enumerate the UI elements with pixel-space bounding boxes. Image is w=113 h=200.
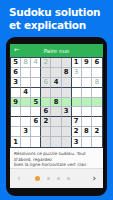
sudoku-cell-r7c2[interactable] [21,117,31,127]
sudoku-cell-r9c3[interactable] [31,137,41,147]
sudoku-cell-r4c8[interactable] [82,88,92,98]
app-screen: ← Paire nue 5842196683364849586362732821… [10,44,103,188]
sudoku-cell-r6c5[interactable] [51,107,61,117]
sudoku-cell-r3c7[interactable] [72,78,82,88]
promo-title-line2: et explication [9,19,109,32]
sudoku-cell-r3c5[interactable]: 4 [51,78,61,88]
given-digit: 6 [13,69,18,76]
sudoku-cell-r5c4[interactable] [41,98,51,108]
sudoku-cell-r6c6[interactable]: 3 [62,107,72,117]
explanation-line2: bien la ligne horizontale vert clair. [14,162,99,168]
given-digit: 9 [13,99,18,106]
sudoku-cell-r5c5[interactable]: 8 [51,98,61,108]
sudoku-cell-r2c7[interactable]: 3 [72,68,82,78]
sudoku-cell-r5c8[interactable] [82,98,92,108]
given-digit: 2 [44,118,49,125]
sudoku-board: 58421966833648495863627328213 [10,57,103,148]
given-digit: 2 [95,128,100,135]
sudoku-cell-r1c2[interactable]: 8 [21,58,31,68]
solved-digit: 4 [34,59,38,66]
given-digit: 1 [13,139,18,146]
sudoku-cell-r3c4[interactable]: 6 [41,78,51,88]
sudoku-cell-r6c9[interactable] [92,107,102,117]
sudoku-cell-r4c1[interactable] [11,88,21,98]
sudoku-cell-r9c5[interactable] [51,137,61,147]
sudoku-cell-r2c5[interactable] [51,68,61,78]
sudoku-cell-r6c7[interactable] [72,107,82,117]
sudoku-cell-r4c9[interactable] [92,88,102,98]
sudoku-cell-r8c3[interactable] [31,127,41,137]
given-digit: 8 [54,99,59,106]
page-dot[interactable] [67,177,70,180]
page-dots [35,176,70,181]
given-digit: 8 [84,128,89,135]
sudoku-cell-r3c9[interactable]: 8 [92,78,102,88]
sudoku-cell-r2c2[interactable] [21,68,31,78]
solved-digit: 8 [95,79,99,86]
sudoku-cell-r1c7[interactable]: 1 [72,58,82,68]
given-digit: 6 [44,108,49,115]
sudoku-cell-r8c7[interactable]: 2 [72,127,82,137]
sudoku-cell-r3c1[interactable]: 3 [11,78,21,88]
sudoku-cell-r8c5[interactable] [51,127,61,137]
sudoku-cell-r2c8[interactable] [82,68,92,78]
app-bar: ← Paire nue [10,44,103,57]
sudoku-cell-r4c5[interactable] [51,88,61,98]
sudoku-cell-r2c4[interactable] [41,68,51,78]
given-digit: 3 [64,108,69,115]
solved-digit: 2 [44,59,48,66]
sudoku-cell-r8c9[interactable]: 2 [92,127,102,137]
sudoku-cell-r7c3[interactable]: 6 [31,117,41,127]
sudoku-cell-r5c9[interactable] [92,98,102,108]
sudoku-cell-r9c7[interactable]: 3 [72,137,82,147]
sudoku-cell-r1c3[interactable]: 4 [31,58,41,68]
sudoku-cell-r4c2[interactable]: 4 [21,88,31,98]
sudoku-cell-r4c4[interactable] [41,88,51,98]
sudoku-cell-r8c6[interactable] [62,127,72,137]
sudoku-cell-r2c6[interactable]: 8 [62,68,72,78]
sudoku-cell-r8c1[interactable] [11,127,21,137]
sudoku-cell-r9c8[interactable] [82,137,92,147]
sudoku-cell-r6c2[interactable] [21,107,31,117]
sudoku-cell-r5c7[interactable] [72,98,82,108]
sudoku-cell-r7c9[interactable] [92,117,102,127]
given-digit: 7 [74,118,79,125]
sudoku-cell-r5c3[interactable]: 5 [31,98,41,108]
chevron-left-icon[interactable]: ‹ [17,174,21,183]
sudoku-cell-r1c4[interactable]: 2 [41,58,51,68]
solved-digit: 3 [74,69,78,76]
sudoku-cell-r6c3[interactable] [31,107,41,117]
sudoku-cell-r3c2[interactable] [21,78,31,88]
sudoku-cell-r9c9[interactable] [92,137,102,147]
sudoku-cell-r9c6[interactable] [62,137,72,147]
sudoku-cell-r6c4[interactable]: 6 [41,107,51,117]
explanation-line1: Résolvons ce puzzle sudoku. Tout d'abord… [14,151,99,162]
given-digit: 6 [33,118,38,125]
sudoku-cell-r8c4[interactable] [41,127,51,137]
sudoku-cell-r7c1[interactable] [11,117,21,127]
given-digit: 3 [74,139,79,146]
sudoku-cell-r5c1[interactable]: 9 [11,98,21,108]
explanation-text: Résolvons ce puzzle sudoku. Tout d'abord… [10,148,103,168]
sudoku-cell-r7c4[interactable]: 2 [41,117,51,127]
given-digit: 3 [23,128,28,135]
page-dot-active[interactable] [35,176,40,181]
sudoku-cell-r7c8[interactable] [82,117,92,127]
sudoku-cell-r3c8[interactable] [82,78,92,88]
given-digit: 5 [33,99,38,106]
sudoku-cell-r4c7[interactable] [72,88,82,98]
sudoku-cell-r1c1[interactable]: 5 [11,58,21,68]
sudoku-cell-r8c8[interactable]: 8 [82,127,92,137]
sudoku-cell-r7c6[interactable] [62,117,72,127]
sudoku-cell-r9c1[interactable]: 1 [11,137,21,147]
sudoku-cell-r9c4[interactable] [41,137,51,147]
page-dot[interactable] [57,177,60,180]
chevron-right-icon[interactable]: › [92,174,96,183]
sudoku-cell-r5c2[interactable] [21,98,31,108]
promo-title-line1: Sudoku solution [9,6,109,19]
given-digit: 4 [54,79,59,86]
sudoku-cell-r1c6[interactable] [62,58,72,68]
phone-frame: ← Paire nue 5842196683364849586362732821… [6,37,107,196]
given-digit: 4 [23,89,28,96]
given-digit: 3 [13,79,18,86]
given-digit: 9 [84,59,89,66]
sudoku-cell-r2c3[interactable] [31,68,41,78]
solved-digit: 6 [44,79,48,86]
given-digit: 6 [95,59,100,66]
given-digit: 2 [74,128,79,135]
sudoku-cell-r2c9[interactable] [92,68,102,78]
sudoku-cell-r7c7[interactable]: 7 [72,117,82,127]
sudoku-cell-r1c5[interactable] [51,58,61,68]
sudoku-cell-r8c2[interactable]: 3 [21,127,31,137]
sudoku-cell-r6c1[interactable] [11,107,21,117]
pagination-bar: ‹ › [10,168,103,188]
promo-title: Sudoku solution et explication [9,6,109,32]
given-digit: 1 [74,59,79,66]
sudoku-cell-r2c1[interactable]: 6 [11,68,21,78]
given-digit: 8 [64,69,69,76]
sudoku-cell-r6c8[interactable] [82,107,92,117]
screen-title: Paire nue [10,48,103,54]
sudoku-cell-r5c6[interactable] [62,98,72,108]
solved-digit: 8 [24,59,28,66]
given-digit: 5 [13,59,18,66]
page-dot[interactable] [47,177,50,180]
sudoku-cell-r3c3[interactable] [31,78,41,88]
sudoku-cell-r4c3[interactable] [31,88,41,98]
sudoku-cell-r9c2[interactable] [21,137,31,147]
sudoku-cell-r4c6[interactable] [62,88,72,98]
sudoku-cell-r3c6[interactable] [62,78,72,88]
sudoku-cell-r7c5[interactable] [51,117,61,127]
sudoku-cell-r1c8[interactable]: 9 [82,58,92,68]
sudoku-cell-r1c9[interactable]: 6 [92,58,102,68]
